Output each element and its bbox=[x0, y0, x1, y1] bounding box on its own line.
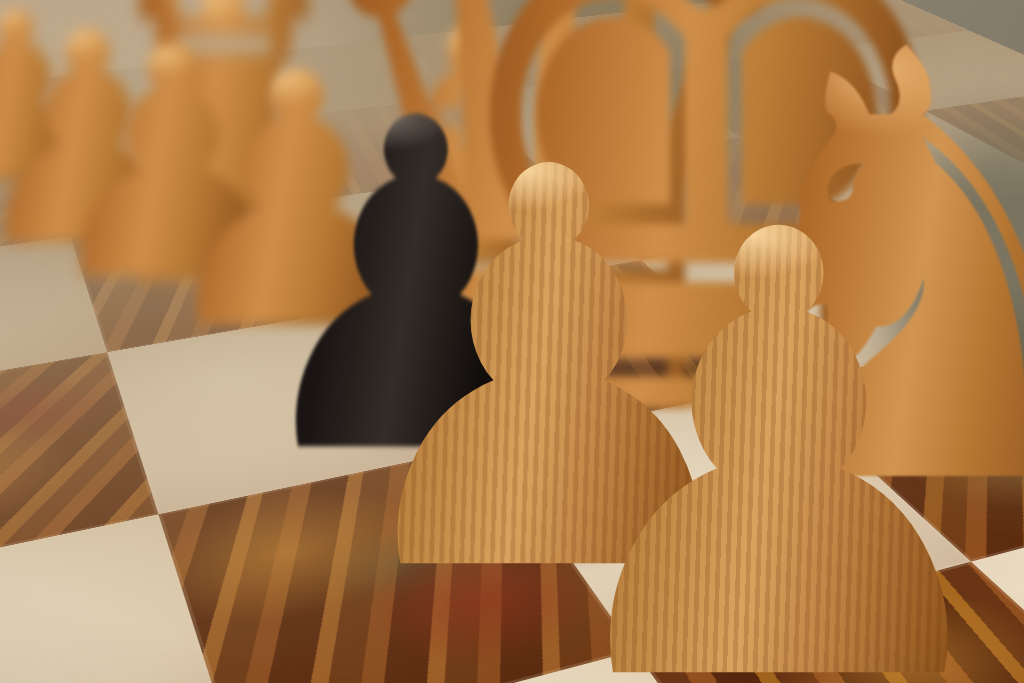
chess-photo-scene: chess Close-up photograph of carved wood… bbox=[0, 0, 1024, 683]
white-pawn-g2: ♟ bbox=[526, 154, 1024, 683]
